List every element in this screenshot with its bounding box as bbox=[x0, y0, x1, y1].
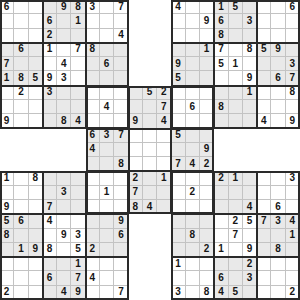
cell-r2c8[interactable] bbox=[100, 14, 114, 28]
cell-r2c17[interactable] bbox=[229, 14, 243, 28]
empty-area bbox=[0, 143, 14, 157]
cell-r18c13[interactable] bbox=[171, 243, 185, 257]
cell-r6c6[interactable] bbox=[71, 71, 85, 85]
cell-r19c3[interactable] bbox=[29, 257, 43, 271]
cell-r1c4[interactable] bbox=[43, 0, 57, 14]
cell-r17c15[interactable] bbox=[200, 229, 214, 243]
cell-r16c13[interactable] bbox=[171, 214, 185, 228]
cell-r14c11[interactable] bbox=[143, 186, 157, 200]
cell-r13c20[interactable] bbox=[271, 171, 285, 185]
cell-r5c17: 1 bbox=[229, 57, 243, 71]
cell-r7c8[interactable] bbox=[100, 86, 114, 100]
cell-r16c7[interactable] bbox=[86, 214, 100, 228]
cell-r14c3[interactable] bbox=[29, 186, 43, 200]
cell-r4c3[interactable] bbox=[29, 43, 43, 57]
cell-r21c7[interactable] bbox=[86, 286, 100, 300]
cell-r1c14[interactable] bbox=[186, 0, 200, 14]
cell-r4c13[interactable] bbox=[171, 43, 185, 57]
empty-area bbox=[257, 143, 271, 157]
cell-r13c4[interactable] bbox=[43, 171, 57, 185]
cell-r9c14[interactable] bbox=[186, 114, 200, 128]
cell-r3c17[interactable] bbox=[229, 29, 243, 43]
empty-area bbox=[57, 129, 71, 143]
cell-r20c8[interactable] bbox=[100, 271, 114, 285]
cell-r3c1[interactable] bbox=[0, 29, 14, 43]
cell-r19c8[interactable] bbox=[100, 257, 114, 271]
cell-r3c15[interactable] bbox=[200, 29, 214, 43]
cell-r20c5[interactable] bbox=[57, 271, 71, 285]
empty-area bbox=[143, 257, 157, 271]
empty-area bbox=[129, 243, 143, 257]
cell-r20c1[interactable] bbox=[0, 271, 14, 285]
cell-r2c20[interactable] bbox=[271, 14, 285, 28]
cell-r15c14[interactable] bbox=[186, 200, 200, 214]
cell-r15c7[interactable] bbox=[86, 200, 100, 214]
cell-r21c18[interactable] bbox=[243, 286, 257, 300]
cell-r16c6[interactable] bbox=[71, 214, 85, 228]
empty-area bbox=[129, 43, 143, 57]
cell-r9c16[interactable] bbox=[214, 114, 228, 128]
cell-r14c21[interactable] bbox=[286, 186, 300, 200]
cell-r5c14[interactable] bbox=[186, 57, 200, 71]
cell-r8c15[interactable] bbox=[200, 100, 214, 114]
cell-r20c20[interactable] bbox=[271, 271, 285, 285]
cell-r14c2[interactable] bbox=[14, 186, 28, 200]
cell-r20c19[interactable] bbox=[257, 271, 271, 285]
cell-r5c5: 4 bbox=[57, 57, 71, 71]
cell-r9c2[interactable] bbox=[14, 114, 28, 128]
cell-r10c13: 5 bbox=[171, 129, 185, 143]
cell-r13c18[interactable] bbox=[243, 171, 257, 185]
empty-area bbox=[229, 157, 243, 171]
cell-r20c21[interactable] bbox=[286, 271, 300, 285]
cell-r20c13[interactable] bbox=[171, 271, 185, 285]
cell-r17c16[interactable] bbox=[214, 229, 228, 243]
cell-r6c15[interactable] bbox=[200, 71, 214, 85]
cell-r6c7[interactable] bbox=[86, 71, 100, 85]
cell-r8c13[interactable] bbox=[171, 100, 185, 114]
cell-r18c5[interactable] bbox=[57, 243, 71, 257]
cell-r13c9[interactable] bbox=[114, 171, 128, 185]
cell-r3c20[interactable] bbox=[271, 29, 285, 43]
cell-r18c15: 2 bbox=[200, 243, 214, 257]
cell-r8c11[interactable] bbox=[143, 100, 157, 114]
cell-r18c8[interactable] bbox=[100, 243, 114, 257]
empty-area bbox=[129, 71, 143, 85]
cell-r18c2: 1 bbox=[14, 243, 28, 257]
cell-r6c19[interactable] bbox=[257, 71, 271, 85]
cell-r7c3[interactable] bbox=[29, 86, 43, 100]
cell-r5c18[interactable] bbox=[243, 57, 257, 71]
cell-r15c12[interactable] bbox=[157, 200, 171, 214]
cell-r15c5[interactable] bbox=[57, 200, 71, 214]
cell-r7c6[interactable] bbox=[71, 86, 85, 100]
cell-r11c12[interactable] bbox=[157, 143, 171, 157]
empty-area bbox=[271, 157, 285, 171]
cell-r13c11[interactable] bbox=[143, 171, 157, 185]
cell-r16c14[interactable] bbox=[186, 214, 200, 228]
cell-r5c19[interactable] bbox=[257, 57, 271, 71]
cell-r20c2[interactable] bbox=[14, 271, 28, 285]
cell-r21c19[interactable] bbox=[257, 286, 271, 300]
cell-r3c19[interactable] bbox=[257, 29, 271, 43]
cell-r4c9[interactable] bbox=[114, 43, 128, 57]
cell-r16c5[interactable] bbox=[57, 214, 71, 228]
cell-r2c14[interactable] bbox=[186, 14, 200, 28]
cell-r7c20[interactable] bbox=[271, 86, 285, 100]
cell-r9c18[interactable] bbox=[243, 114, 257, 128]
empty-area bbox=[143, 57, 157, 71]
cell-r14c9[interactable] bbox=[114, 186, 128, 200]
cell-r18c21[interactable] bbox=[286, 243, 300, 257]
cell-r2c4: 6 bbox=[43, 14, 57, 28]
cell-r19c1[interactable] bbox=[0, 257, 14, 271]
cell-r14c15[interactable] bbox=[200, 186, 214, 200]
cell-r10c10[interactable] bbox=[129, 129, 143, 143]
cell-r9c3[interactable] bbox=[29, 114, 43, 128]
cell-r12c7[interactable] bbox=[86, 157, 100, 171]
cell-r14c19[interactable] bbox=[257, 186, 271, 200]
cell-r20c9[interactable] bbox=[114, 271, 128, 285]
cell-r7c17[interactable] bbox=[229, 86, 243, 100]
cell-r19c21[interactable] bbox=[286, 257, 300, 271]
cell-r4c8[interactable] bbox=[100, 43, 114, 57]
cell-r15c19[interactable] bbox=[257, 200, 271, 214]
cell-r18c6: 5 bbox=[71, 243, 85, 257]
cell-r13c8[interactable] bbox=[100, 171, 114, 185]
cell-r21c5: 4 bbox=[57, 286, 71, 300]
cell-r9c13[interactable] bbox=[171, 114, 185, 128]
cell-r3c8[interactable] bbox=[100, 29, 114, 43]
cell-r19c14[interactable] bbox=[186, 257, 200, 271]
cell-r8c12: 7 bbox=[157, 100, 171, 114]
cell-r14c20[interactable] bbox=[271, 186, 285, 200]
empty-area bbox=[43, 143, 57, 157]
cell-r8c9[interactable] bbox=[114, 100, 128, 114]
cell-r7c19[interactable] bbox=[257, 86, 271, 100]
cell-r14c1[interactable] bbox=[0, 186, 14, 200]
cell-r2c2[interactable] bbox=[14, 14, 28, 28]
cell-r6c16[interactable] bbox=[214, 71, 228, 85]
cell-r1c15[interactable] bbox=[200, 0, 214, 14]
cell-r3c21[interactable] bbox=[286, 29, 300, 43]
cell-r18c14[interactable] bbox=[186, 243, 200, 257]
cell-r20c7: 4 bbox=[86, 271, 100, 285]
cell-r21c20[interactable] bbox=[271, 286, 285, 300]
cell-r8c20[interactable] bbox=[271, 100, 285, 114]
cell-r15c17[interactable] bbox=[229, 200, 243, 214]
empty-area bbox=[143, 0, 157, 14]
cell-r19c5[interactable] bbox=[57, 257, 71, 271]
cell-r7c14[interactable] bbox=[186, 86, 200, 100]
cell-r21c3[interactable] bbox=[29, 286, 43, 300]
cell-r15c21[interactable] bbox=[286, 200, 300, 214]
cell-r17c13[interactable] bbox=[171, 229, 185, 243]
empty-area bbox=[257, 157, 271, 171]
cell-r5c2[interactable] bbox=[14, 57, 28, 71]
cell-r9c8[interactable] bbox=[100, 114, 114, 128]
cell-r21c6: 9 bbox=[71, 286, 85, 300]
cell-r14c8: 1 bbox=[100, 186, 114, 200]
cell-r4c21[interactable] bbox=[286, 43, 300, 57]
cell-r9c17[interactable] bbox=[229, 114, 243, 128]
cell-r9c15[interactable] bbox=[200, 114, 214, 128]
cell-r15c6[interactable] bbox=[71, 200, 85, 214]
cell-r1c5: 9 bbox=[57, 0, 71, 14]
cell-r8c4[interactable] bbox=[43, 100, 57, 114]
cell-r3c13[interactable] bbox=[171, 29, 185, 43]
cell-r2c3[interactable] bbox=[29, 14, 43, 28]
cell-r10c14[interactable] bbox=[186, 129, 200, 143]
cell-r19c17[interactable] bbox=[229, 257, 243, 271]
cell-r18c4: 8 bbox=[43, 243, 57, 257]
cell-r6c13: 5 bbox=[171, 71, 185, 85]
cell-r3c18[interactable] bbox=[243, 29, 257, 43]
cell-r19c19[interactable] bbox=[257, 257, 271, 271]
cell-r14c4[interactable] bbox=[43, 186, 57, 200]
cell-r8c3[interactable] bbox=[29, 100, 43, 114]
empty-area bbox=[57, 157, 71, 171]
cell-r15c13[interactable] bbox=[171, 200, 185, 214]
cell-r21c14[interactable] bbox=[186, 286, 200, 300]
cell-r4c18: 8 bbox=[243, 43, 257, 57]
cell-r17c18[interactable] bbox=[243, 229, 257, 243]
cell-r21c2[interactable] bbox=[14, 286, 28, 300]
cell-r2c5[interactable] bbox=[57, 14, 71, 28]
cell-r17c8[interactable] bbox=[100, 229, 114, 243]
cell-r5c15[interactable] bbox=[200, 57, 214, 71]
cell-r15c20: 6 bbox=[271, 200, 285, 214]
cell-r6c17[interactable] bbox=[229, 71, 243, 85]
cell-r19c16[interactable] bbox=[214, 257, 228, 271]
cell-r21c4[interactable] bbox=[43, 286, 57, 300]
cell-r19c2[interactable] bbox=[14, 257, 28, 271]
cell-r9c20[interactable] bbox=[271, 114, 285, 128]
cell-r12c14: 4 bbox=[186, 157, 200, 171]
cell-r7c13[interactable] bbox=[171, 86, 185, 100]
cell-r17c1: 8 bbox=[0, 229, 14, 243]
cell-r6c8[interactable] bbox=[100, 71, 114, 85]
cell-r3c5[interactable] bbox=[57, 29, 71, 43]
cell-r4c1[interactable] bbox=[0, 43, 14, 57]
cell-r15c15[interactable] bbox=[200, 200, 214, 214]
cell-r9c4[interactable] bbox=[43, 114, 57, 128]
cell-r6c20: 6 bbox=[271, 71, 285, 85]
cell-r17c19[interactable] bbox=[257, 229, 271, 243]
cell-r14c16[interactable] bbox=[214, 186, 228, 200]
cell-r8c17[interactable] bbox=[229, 100, 243, 114]
cell-r20c14[interactable] bbox=[186, 271, 200, 285]
cell-r3c6[interactable] bbox=[71, 29, 85, 43]
cell-r3c2[interactable] bbox=[14, 29, 28, 43]
cell-r8c19[interactable] bbox=[257, 100, 271, 114]
cell-r5c9[interactable] bbox=[114, 57, 128, 71]
cell-r4c14[interactable] bbox=[186, 43, 200, 57]
cell-r3c14[interactable] bbox=[186, 29, 200, 43]
cell-r14c6[interactable] bbox=[71, 186, 85, 200]
cell-r8c6[interactable] bbox=[71, 100, 85, 114]
cell-r15c18: 4 bbox=[243, 200, 257, 214]
cell-r7c5[interactable] bbox=[57, 86, 71, 100]
empty-area bbox=[286, 129, 300, 143]
cell-r19c9[interactable] bbox=[114, 257, 128, 271]
cell-r16c8[interactable] bbox=[100, 214, 114, 228]
cell-r17c7[interactable] bbox=[86, 229, 100, 243]
cell-r12c10[interactable] bbox=[129, 157, 143, 171]
cell-r15c9[interactable] bbox=[114, 200, 128, 214]
cell-r11c11[interactable] bbox=[143, 143, 157, 157]
cell-r1c3[interactable] bbox=[29, 0, 43, 14]
cell-r10c11[interactable] bbox=[143, 129, 157, 143]
cell-r17c21: 1 bbox=[286, 229, 300, 243]
cell-r2c7[interactable] bbox=[86, 14, 100, 28]
cell-r2c21[interactable] bbox=[286, 14, 300, 28]
cell-r15c2[interactable] bbox=[14, 200, 28, 214]
cell-r6c9[interactable] bbox=[114, 71, 128, 85]
cell-r18c17[interactable] bbox=[229, 243, 243, 257]
cell-r4c17[interactable] bbox=[229, 43, 243, 57]
cell-r3c3[interactable] bbox=[29, 29, 43, 43]
cell-r13c2[interactable] bbox=[14, 171, 28, 185]
cell-r1c8[interactable] bbox=[100, 0, 114, 14]
cell-r14c17[interactable] bbox=[229, 186, 243, 200]
cell-r12c12[interactable] bbox=[157, 157, 171, 171]
cell-r1c17: 5 bbox=[229, 0, 243, 14]
cell-r4c5[interactable] bbox=[57, 43, 71, 57]
cell-r20c3[interactable] bbox=[29, 271, 43, 285]
cell-r6c2: 8 bbox=[14, 71, 28, 85]
cell-r14c12[interactable] bbox=[157, 186, 171, 200]
cell-r2c19[interactable] bbox=[257, 14, 271, 28]
cell-r20c17[interactable] bbox=[229, 271, 243, 285]
empty-area bbox=[129, 29, 143, 43]
cell-r15c3[interactable] bbox=[29, 200, 43, 214]
cell-r9c9[interactable] bbox=[114, 114, 128, 128]
cell-r9c12: 4 bbox=[157, 114, 171, 128]
cell-r5c7[interactable] bbox=[86, 57, 100, 71]
cell-r10c12[interactable] bbox=[157, 129, 171, 143]
cell-r8c7[interactable] bbox=[86, 100, 100, 114]
cell-r21c8[interactable] bbox=[100, 286, 114, 300]
cell-r5c20[interactable] bbox=[271, 57, 285, 71]
cell-r12c8[interactable] bbox=[100, 157, 114, 171]
cell-r12c11[interactable] bbox=[143, 157, 157, 171]
cell-r10c8: 3 bbox=[100, 129, 114, 143]
cell-r5c6[interactable] bbox=[71, 57, 85, 71]
cell-r8c14: 6 bbox=[186, 100, 200, 114]
cell-r8c21[interactable] bbox=[286, 100, 300, 114]
cell-r7c16[interactable] bbox=[214, 86, 228, 100]
cell-r18c9[interactable] bbox=[114, 243, 128, 257]
cell-r5c4[interactable] bbox=[43, 57, 57, 71]
cell-r17c2[interactable] bbox=[14, 229, 28, 243]
cell-r13c13[interactable] bbox=[171, 171, 185, 185]
cell-r1c19[interactable] bbox=[257, 0, 271, 14]
cell-r20c15[interactable] bbox=[200, 271, 214, 285]
cell-r1c2[interactable] bbox=[14, 0, 28, 14]
cell-r13c15[interactable] bbox=[200, 171, 214, 185]
cell-r6c5: 3 bbox=[57, 71, 71, 85]
cell-r16c16[interactable] bbox=[214, 214, 228, 228]
cell-r18c20: 8 bbox=[271, 243, 285, 257]
cell-r17c20[interactable] bbox=[271, 229, 285, 243]
cell-r1c18[interactable] bbox=[243, 0, 257, 14]
cell-r6c14[interactable] bbox=[186, 71, 200, 85]
cell-r9c6: 4 bbox=[71, 114, 85, 128]
cell-r13c6[interactable] bbox=[71, 171, 85, 185]
cell-r16c3[interactable] bbox=[29, 214, 43, 228]
cell-r4c6: 7 bbox=[71, 43, 85, 57]
cell-r7c7[interactable] bbox=[86, 86, 100, 100]
cell-r11c10[interactable] bbox=[129, 143, 143, 157]
empty-area bbox=[157, 14, 171, 28]
cell-r1c1: 6 bbox=[0, 0, 14, 14]
cell-r8c10[interactable] bbox=[129, 100, 143, 114]
cell-r19c15[interactable] bbox=[200, 257, 214, 271]
cell-r9c11[interactable] bbox=[143, 114, 157, 128]
cell-r19c4[interactable] bbox=[43, 257, 57, 271]
cell-r19c20[interactable] bbox=[271, 257, 285, 271]
cell-r9c7[interactable] bbox=[86, 114, 100, 128]
cell-r10c15[interactable] bbox=[200, 129, 214, 143]
cell-r8c2[interactable] bbox=[14, 100, 28, 114]
cell-r16c20: 3 bbox=[271, 214, 285, 228]
cell-r7c10[interactable] bbox=[129, 86, 143, 100]
empty-area bbox=[129, 229, 143, 243]
cell-r4c7: 8 bbox=[86, 43, 100, 57]
cell-r1c7: 3 bbox=[86, 0, 100, 14]
cell-r14c18[interactable] bbox=[243, 186, 257, 200]
empty-area bbox=[243, 129, 257, 143]
cell-r11c9[interactable] bbox=[114, 143, 128, 157]
cell-r19c7[interactable] bbox=[86, 257, 100, 271]
cell-r2c1[interactable] bbox=[0, 14, 14, 28]
cell-r13c19[interactable] bbox=[257, 171, 271, 185]
cell-r7c15[interactable] bbox=[200, 86, 214, 100]
cell-r9c21: 9 bbox=[286, 114, 300, 128]
cell-r3c7[interactable] bbox=[86, 29, 100, 43]
cell-r19c13: 1 bbox=[171, 257, 185, 271]
cell-r2c9[interactable] bbox=[114, 14, 128, 28]
cell-r18c19[interactable] bbox=[257, 243, 271, 257]
cell-r16c1: 5 bbox=[0, 214, 14, 228]
cell-r7c9[interactable] bbox=[114, 86, 128, 100]
cell-r14c13[interactable] bbox=[171, 186, 185, 200]
cell-r14c7[interactable] bbox=[86, 186, 100, 200]
cell-r2c13[interactable] bbox=[171, 14, 185, 28]
cell-r11c13[interactable] bbox=[171, 143, 185, 157]
cell-r8c1[interactable] bbox=[0, 100, 14, 114]
cell-r15c8[interactable] bbox=[100, 200, 114, 214]
cell-r8c18[interactable] bbox=[243, 100, 257, 114]
cell-r17c3[interactable] bbox=[29, 229, 43, 243]
cell-r7c1[interactable] bbox=[0, 86, 14, 100]
cell-r11c14[interactable] bbox=[186, 143, 200, 157]
cell-r1c20[interactable] bbox=[271, 0, 285, 14]
cell-r15c16[interactable] bbox=[214, 200, 228, 214]
cell-r13c7[interactable] bbox=[86, 171, 100, 185]
cell-r17c4[interactable] bbox=[43, 229, 57, 243]
cell-r19c6: 1 bbox=[71, 257, 85, 271]
cell-r18c1[interactable] bbox=[0, 243, 14, 257]
cell-r13c5[interactable] bbox=[57, 171, 71, 185]
cell-r16c15[interactable] bbox=[200, 214, 214, 228]
cell-r5c13: 9 bbox=[171, 57, 185, 71]
cell-r11c8[interactable] bbox=[100, 143, 114, 157]
cell-r8c5[interactable] bbox=[57, 100, 71, 114]
cell-r13c14[interactable] bbox=[186, 171, 200, 185]
cell-r5c3[interactable] bbox=[29, 57, 43, 71]
